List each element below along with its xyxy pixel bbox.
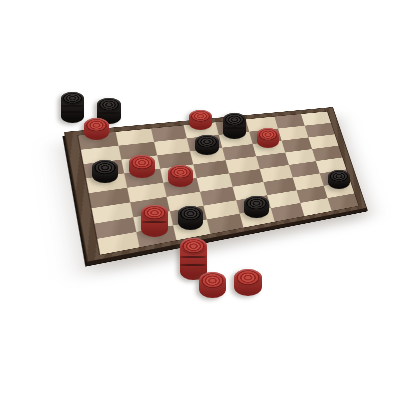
red-checker-f6[interactable]	[257, 128, 280, 148]
black-king-e7[interactable]	[223, 113, 246, 139]
red-checker-top	[257, 128, 280, 142]
offboard-black-stack-left[interactable]	[61, 92, 84, 123]
red-checker-top	[180, 238, 207, 256]
black-checker-h2[interactable]	[328, 170, 350, 190]
red-checker-c4[interactable]	[168, 165, 193, 187]
black-checker-top	[223, 113, 246, 127]
red-checker-top	[199, 272, 226, 290]
black-checker-a5[interactable]	[92, 160, 118, 183]
black-checker-top	[92, 160, 118, 176]
red-checker-top	[141, 205, 167, 222]
stack-seam	[98, 112, 120, 114]
black-checker-e1[interactable]	[244, 196, 268, 218]
checkers-board	[64, 107, 367, 262]
black-checker-top	[244, 196, 268, 211]
red-checker-d8[interactable]	[189, 110, 213, 130]
black-checker-d6[interactable]	[195, 135, 219, 156]
red-king-b1[interactable]	[141, 205, 167, 237]
black-checker-top	[61, 92, 84, 106]
stack-seam	[61, 111, 83, 113]
stack-seam	[224, 127, 246, 129]
black-checker-top	[195, 135, 219, 149]
red-checker-top	[129, 155, 155, 171]
board-grid	[77, 111, 359, 255]
red-checker-a8[interactable]	[84, 118, 110, 140]
photo-scene: Angled overhead photo of a wooden checke…	[0, 0, 400, 399]
offboard-red-single-1[interactable]	[199, 272, 226, 298]
red-checker-b5[interactable]	[129, 155, 155, 178]
offboard-red-single-2[interactable]	[234, 269, 262, 296]
black-checker-c1[interactable]	[178, 206, 204, 230]
stack-seam	[180, 256, 205, 258]
black-checker-top	[97, 98, 121, 112]
stack-seam	[180, 264, 205, 266]
red-checker-top	[168, 165, 193, 180]
